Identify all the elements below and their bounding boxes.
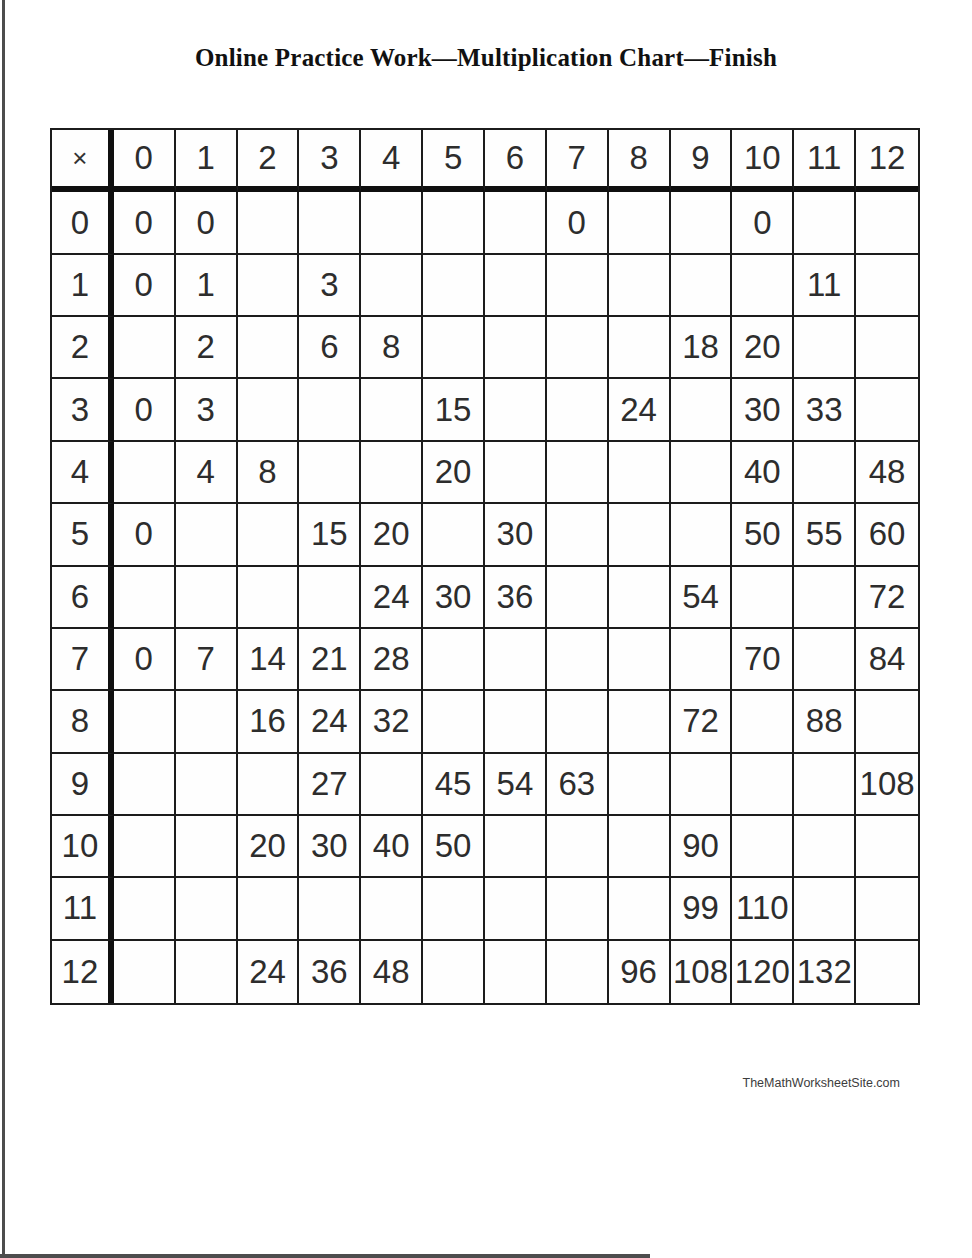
product-cell-r8-c4: 32 [361, 691, 423, 753]
blank-cell-r5-c5 [423, 504, 485, 566]
row-header-6: 6 [52, 567, 114, 629]
product-cell-r7-c10: 70 [732, 629, 794, 691]
product-cell-r8-c9: 72 [671, 691, 733, 753]
blank-cell-r9-c0 [114, 754, 176, 816]
blank-cell-r6-c7 [547, 567, 609, 629]
blank-cell-r9-c4 [361, 754, 423, 816]
product-cell-r2-c1: 2 [176, 317, 238, 379]
blank-cell-r0-c11 [794, 192, 856, 254]
product-cell-r4-c2: 8 [238, 442, 300, 504]
blank-cell-r8-c5 [423, 691, 485, 753]
multiplication-grid: ×012345678910111200000101311226818203031… [50, 128, 920, 1005]
product-cell-r10-c3: 30 [299, 816, 361, 878]
product-cell-r8-c2: 16 [238, 691, 300, 753]
blank-cell-r5-c2 [238, 504, 300, 566]
blank-cell-r10-c1 [176, 816, 238, 878]
blank-cell-r4-c9 [671, 442, 733, 504]
scan-edge-bottom [0, 1254, 650, 1258]
product-cell-r4-c10: 40 [732, 442, 794, 504]
product-cell-r8-c3: 24 [299, 691, 361, 753]
blank-cell-r11-c2 [238, 878, 300, 940]
blank-cell-r12-c0 [114, 941, 176, 1003]
product-cell-r4-c5: 20 [423, 442, 485, 504]
blank-cell-r10-c11 [794, 816, 856, 878]
product-cell-r2-c4: 8 [361, 317, 423, 379]
product-cell-r7-c4: 28 [361, 629, 423, 691]
blank-cell-r12-c7 [547, 941, 609, 1003]
product-cell-r11-c10: 110 [732, 878, 794, 940]
product-cell-r10-c4: 40 [361, 816, 423, 878]
product-cell-r12-c8: 96 [609, 941, 671, 1003]
blank-cell-r4-c7 [547, 442, 609, 504]
row-header-4: 4 [52, 442, 114, 504]
blank-cell-r10-c7 [547, 816, 609, 878]
blank-cell-r12-c1 [176, 941, 238, 1003]
product-cell-r4-c12: 48 [856, 442, 918, 504]
col-header-7: 7 [547, 130, 609, 192]
blank-cell-r10-c6 [485, 816, 547, 878]
row-header-12: 12 [52, 941, 114, 1003]
col-header-10: 10 [732, 130, 794, 192]
col-header-9: 9 [671, 130, 733, 192]
product-cell-r12-c3: 36 [299, 941, 361, 1003]
product-cell-r9-c5: 45 [423, 754, 485, 816]
product-cell-r5-c0: 0 [114, 504, 176, 566]
blank-cell-r4-c4 [361, 442, 423, 504]
product-cell-r6-c5: 30 [423, 567, 485, 629]
blank-cell-r3-c9 [671, 379, 733, 441]
product-cell-r5-c10: 50 [732, 504, 794, 566]
blank-cell-r6-c1 [176, 567, 238, 629]
worksheet-page: Online Practice Work—Multiplication Char… [0, 0, 972, 1258]
product-cell-r12-c9: 108 [671, 941, 733, 1003]
blank-cell-r9-c11 [794, 754, 856, 816]
blank-cell-r1-c10 [732, 255, 794, 317]
product-cell-r4-c1: 4 [176, 442, 238, 504]
product-cell-r0-c10: 0 [732, 192, 794, 254]
row-header-1: 1 [52, 255, 114, 317]
blank-cell-r0-c6 [485, 192, 547, 254]
col-header-4: 4 [361, 130, 423, 192]
product-cell-r7-c3: 21 [299, 629, 361, 691]
product-cell-r2-c9: 18 [671, 317, 733, 379]
product-cell-r6-c12: 72 [856, 567, 918, 629]
blank-cell-r4-c6 [485, 442, 547, 504]
row-header-9: 9 [52, 754, 114, 816]
corner-times-icon: × [52, 130, 114, 192]
product-cell-r8-c11: 88 [794, 691, 856, 753]
blank-cell-r0-c9 [671, 192, 733, 254]
product-cell-r3-c5: 15 [423, 379, 485, 441]
blank-cell-r3-c3 [299, 379, 361, 441]
col-header-5: 5 [423, 130, 485, 192]
blank-cell-r0-c2 [238, 192, 300, 254]
product-cell-r1-c0: 0 [114, 255, 176, 317]
product-cell-r7-c12: 84 [856, 629, 918, 691]
blank-cell-r5-c1 [176, 504, 238, 566]
blank-cell-r1-c4 [361, 255, 423, 317]
blank-cell-r11-c1 [176, 878, 238, 940]
product-cell-r9-c7: 63 [547, 754, 609, 816]
blank-cell-r6-c2 [238, 567, 300, 629]
product-cell-r9-c6: 54 [485, 754, 547, 816]
blank-cell-r7-c8 [609, 629, 671, 691]
product-cell-r3-c11: 33 [794, 379, 856, 441]
blank-cell-r10-c8 [609, 816, 671, 878]
blank-cell-r8-c0 [114, 691, 176, 753]
blank-cell-r4-c11 [794, 442, 856, 504]
footer-site-credit: TheMathWorksheetSite.com [743, 1076, 900, 1090]
product-cell-r0-c7: 0 [547, 192, 609, 254]
blank-cell-r11-c11 [794, 878, 856, 940]
blank-cell-r9-c10 [732, 754, 794, 816]
product-cell-r12-c10: 120 [732, 941, 794, 1003]
row-header-10: 10 [52, 816, 114, 878]
blank-cell-r9-c8 [609, 754, 671, 816]
worksheet-title: Online Practice Work—Multiplication Char… [0, 44, 972, 72]
blank-cell-r6-c0 [114, 567, 176, 629]
blank-cell-r12-c12 [856, 941, 918, 1003]
blank-cell-r8-c6 [485, 691, 547, 753]
col-header-8: 8 [609, 130, 671, 192]
blank-cell-r7-c6 [485, 629, 547, 691]
blank-cell-r6-c11 [794, 567, 856, 629]
product-cell-r6-c6: 36 [485, 567, 547, 629]
product-cell-r5-c4: 20 [361, 504, 423, 566]
blank-cell-r9-c1 [176, 754, 238, 816]
product-cell-r3-c1: 3 [176, 379, 238, 441]
blank-cell-r1-c12 [856, 255, 918, 317]
blank-cell-r8-c10 [732, 691, 794, 753]
col-header-1: 1 [176, 130, 238, 192]
product-cell-r7-c1: 7 [176, 629, 238, 691]
blank-cell-r2-c6 [485, 317, 547, 379]
blank-cell-r7-c11 [794, 629, 856, 691]
blank-cell-r0-c5 [423, 192, 485, 254]
scan-edge-left [2, 0, 5, 1258]
blank-cell-r3-c6 [485, 379, 547, 441]
blank-cell-r4-c8 [609, 442, 671, 504]
product-cell-r10-c2: 20 [238, 816, 300, 878]
blank-cell-r2-c12 [856, 317, 918, 379]
row-header-3: 3 [52, 379, 114, 441]
blank-cell-r0-c12 [856, 192, 918, 254]
blank-cell-r3-c12 [856, 379, 918, 441]
product-cell-r9-c3: 27 [299, 754, 361, 816]
product-cell-r12-c2: 24 [238, 941, 300, 1003]
blank-cell-r5-c7 [547, 504, 609, 566]
blank-cell-r8-c7 [547, 691, 609, 753]
product-cell-r7-c2: 14 [238, 629, 300, 691]
blank-cell-r11-c7 [547, 878, 609, 940]
blank-cell-r1-c5 [423, 255, 485, 317]
blank-cell-r2-c5 [423, 317, 485, 379]
product-cell-r1-c3: 3 [299, 255, 361, 317]
row-header-8: 8 [52, 691, 114, 753]
product-cell-r10-c5: 50 [423, 816, 485, 878]
col-header-12: 12 [856, 130, 918, 192]
blank-cell-r11-c6 [485, 878, 547, 940]
product-cell-r10-c9: 90 [671, 816, 733, 878]
product-cell-r2-c3: 6 [299, 317, 361, 379]
row-header-5: 5 [52, 504, 114, 566]
product-cell-r5-c6: 30 [485, 504, 547, 566]
blank-cell-r7-c9 [671, 629, 733, 691]
blank-cell-r8-c12 [856, 691, 918, 753]
blank-cell-r3-c2 [238, 379, 300, 441]
blank-cell-r1-c8 [609, 255, 671, 317]
blank-cell-r12-c6 [485, 941, 547, 1003]
blank-cell-r6-c3 [299, 567, 361, 629]
product-cell-r12-c11: 132 [794, 941, 856, 1003]
product-cell-r0-c0: 0 [114, 192, 176, 254]
product-cell-r9-c12: 108 [856, 754, 918, 816]
product-cell-r2-c10: 20 [732, 317, 794, 379]
product-cell-r1-c11: 11 [794, 255, 856, 317]
product-cell-r6-c9: 54 [671, 567, 733, 629]
product-cell-r3-c0: 0 [114, 379, 176, 441]
blank-cell-r6-c10 [732, 567, 794, 629]
blank-cell-r2-c0 [114, 317, 176, 379]
col-header-3: 3 [299, 130, 361, 192]
blank-cell-r1-c7 [547, 255, 609, 317]
blank-cell-r4-c3 [299, 442, 361, 504]
row-header-0: 0 [52, 192, 114, 254]
blank-cell-r10-c0 [114, 816, 176, 878]
blank-cell-r2-c11 [794, 317, 856, 379]
blank-cell-r0-c8 [609, 192, 671, 254]
product-cell-r1-c1: 1 [176, 255, 238, 317]
row-header-11: 11 [52, 878, 114, 940]
col-header-6: 6 [485, 130, 547, 192]
blank-cell-r2-c2 [238, 317, 300, 379]
product-cell-r6-c4: 24 [361, 567, 423, 629]
product-cell-r5-c3: 15 [299, 504, 361, 566]
blank-cell-r11-c3 [299, 878, 361, 940]
col-header-2: 2 [238, 130, 300, 192]
col-header-11: 11 [794, 130, 856, 192]
blank-cell-r0-c3 [299, 192, 361, 254]
blank-cell-r10-c10 [732, 816, 794, 878]
blank-cell-r1-c6 [485, 255, 547, 317]
col-header-0: 0 [114, 130, 176, 192]
blank-cell-r7-c5 [423, 629, 485, 691]
blank-cell-r6-c8 [609, 567, 671, 629]
blank-cell-r9-c9 [671, 754, 733, 816]
product-cell-r3-c10: 30 [732, 379, 794, 441]
row-header-2: 2 [52, 317, 114, 379]
product-cell-r12-c4: 48 [361, 941, 423, 1003]
product-cell-r5-c12: 60 [856, 504, 918, 566]
blank-cell-r11-c12 [856, 878, 918, 940]
blank-cell-r2-c8 [609, 317, 671, 379]
blank-cell-r2-c7 [547, 317, 609, 379]
blank-cell-r4-c0 [114, 442, 176, 504]
blank-cell-r8-c8 [609, 691, 671, 753]
blank-cell-r11-c4 [361, 878, 423, 940]
blank-cell-r9-c2 [238, 754, 300, 816]
blank-cell-r1-c2 [238, 255, 300, 317]
blank-cell-r7-c7 [547, 629, 609, 691]
product-cell-r5-c11: 55 [794, 504, 856, 566]
blank-cell-r3-c7 [547, 379, 609, 441]
blank-cell-r5-c9 [671, 504, 733, 566]
blank-cell-r0-c4 [361, 192, 423, 254]
blank-cell-r3-c4 [361, 379, 423, 441]
blank-cell-r10-c12 [856, 816, 918, 878]
product-cell-r3-c8: 24 [609, 379, 671, 441]
blank-cell-r11-c5 [423, 878, 485, 940]
blank-cell-r12-c5 [423, 941, 485, 1003]
blank-cell-r1-c9 [671, 255, 733, 317]
blank-cell-r8-c1 [176, 691, 238, 753]
product-cell-r7-c0: 0 [114, 629, 176, 691]
blank-cell-r11-c8 [609, 878, 671, 940]
blank-cell-r11-c0 [114, 878, 176, 940]
product-cell-r11-c9: 99 [671, 878, 733, 940]
row-header-7: 7 [52, 629, 114, 691]
blank-cell-r5-c8 [609, 504, 671, 566]
product-cell-r0-c1: 0 [176, 192, 238, 254]
